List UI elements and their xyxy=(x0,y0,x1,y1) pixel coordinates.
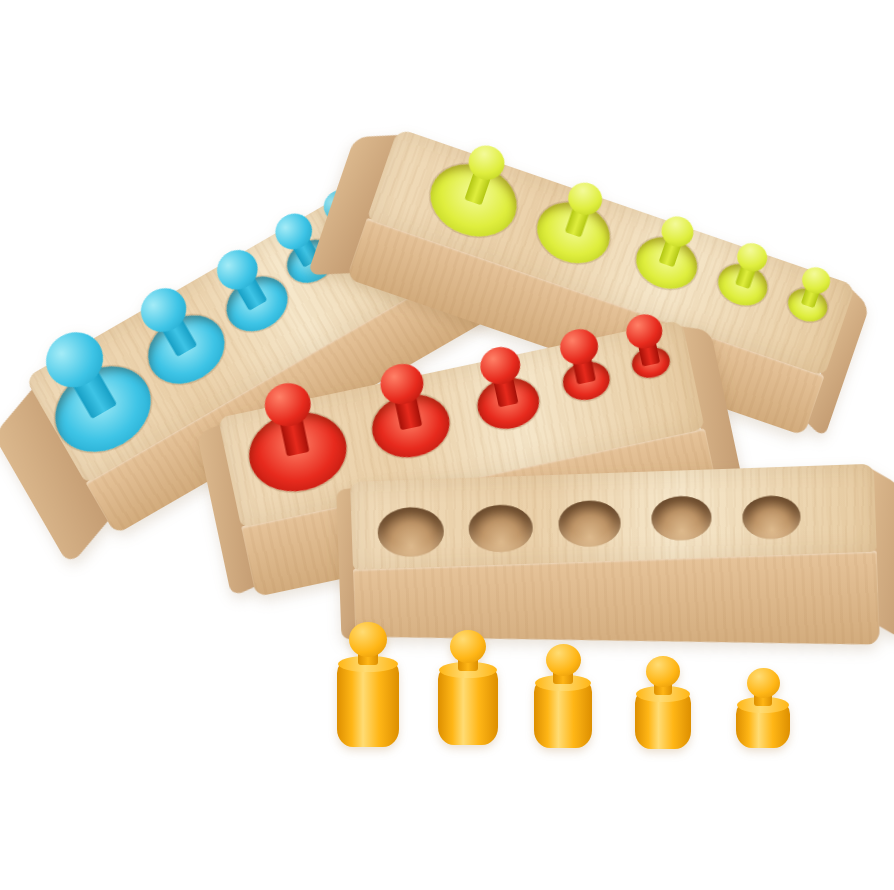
yellow-cylinder-4-knob-ball xyxy=(646,656,680,687)
yellow-cylinder-1 xyxy=(337,622,399,747)
yellow-cylinder-3-body xyxy=(534,680,592,748)
product-photo-canvas xyxy=(0,0,894,890)
empty-block-top-face xyxy=(350,464,877,570)
empty-socket-block xyxy=(350,464,880,663)
yellow-cylinder-4-body xyxy=(635,691,691,749)
yellow-cylinder-2 xyxy=(438,630,498,745)
yellow-cylinder-5-body xyxy=(736,702,790,748)
yellow-cylinder-3 xyxy=(534,644,592,748)
yellow-cylinder-4 xyxy=(635,656,691,749)
yellow-cylinder-2-knob-ball xyxy=(450,630,486,663)
empty-socket-5 xyxy=(742,495,801,540)
empty-socket-3 xyxy=(558,500,622,548)
yellow-cylinder-3-knob-ball xyxy=(546,644,581,676)
empty-socket-1 xyxy=(377,506,445,557)
yellow-cylinder-1-knob-ball xyxy=(349,622,387,657)
yellow-cylinder-5-knob-ball xyxy=(747,668,780,698)
empty-socket-2 xyxy=(468,504,534,554)
empty-socket-4 xyxy=(651,495,713,541)
empty-block-front-face xyxy=(353,551,880,663)
yellow-cylinder-1-body xyxy=(337,661,399,747)
yellow-cylinder-5 xyxy=(736,668,790,748)
yellow-cylinder-2-body xyxy=(438,667,498,745)
